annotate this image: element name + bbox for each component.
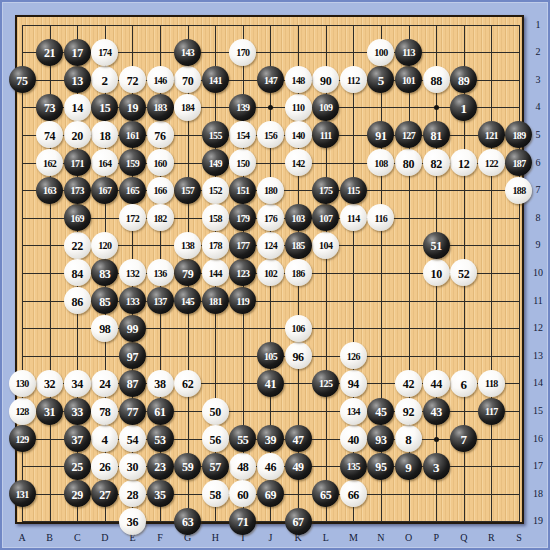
stone-black-171[interactable]: 171: [64, 149, 91, 176]
stone-black-101[interactable]: 101: [395, 66, 422, 93]
stone-white-142[interactable]: 142: [285, 149, 312, 176]
stone-white-154[interactable]: 154: [229, 121, 256, 148]
stone-white-40[interactable]: 40: [340, 425, 367, 452]
stone-white-50[interactable]: 50: [202, 398, 229, 425]
stone-white-46[interactable]: 46: [257, 453, 284, 480]
stone-black-181[interactable]: 181: [202, 287, 229, 314]
stone-black-115[interactable]: 115: [340, 177, 367, 204]
stone-black-17[interactable]: 17: [64, 39, 91, 66]
stone-number: 150: [236, 158, 249, 168]
stone-black-111[interactable]: 111: [312, 121, 339, 148]
stone-number: 24: [99, 378, 110, 390]
stone-black-69[interactable]: 69: [257, 480, 284, 507]
stone-white-148[interactable]: 148: [285, 66, 312, 93]
stone-number: 129: [15, 434, 28, 444]
stone-black-95[interactable]: 95: [367, 453, 394, 480]
stone-white-106[interactable]: 106: [285, 315, 312, 342]
stone-number: 94: [348, 378, 359, 390]
stone-number: 75: [16, 74, 27, 86]
stone-black-49[interactable]: 49: [285, 453, 312, 480]
stone-black-183[interactable]: 183: [147, 94, 174, 121]
stone-number: 38: [154, 378, 165, 390]
stone-black-61[interactable]: 61: [147, 398, 174, 425]
stone-number: 174: [98, 48, 111, 58]
row-label-15: 15: [525, 404, 550, 418]
stone-white-86[interactable]: 86: [64, 287, 91, 314]
stone-white-132[interactable]: 132: [119, 259, 146, 286]
go-board[interactable]: 1234567891012131415171819202122232425262…: [15, 15, 524, 524]
stone-black-3[interactable]: 3: [423, 453, 450, 480]
stone-black-185[interactable]: 185: [285, 232, 312, 259]
stone-white-14[interactable]: 14: [64, 94, 91, 121]
stone-white-96[interactable]: 96: [285, 342, 312, 369]
stone-number: 69: [265, 488, 276, 500]
stone-number: 122: [485, 158, 498, 168]
stone-white-110[interactable]: 110: [285, 94, 312, 121]
stone-number: 62: [182, 378, 193, 390]
stone-number: 170: [236, 48, 249, 58]
stone-number: 1: [461, 101, 468, 114]
stone-white-22[interactable]: 22: [64, 232, 91, 259]
stone-white-32[interactable]: 32: [36, 370, 63, 397]
stone-white-60[interactable]: 60: [229, 480, 256, 507]
stone-number: 4: [102, 433, 109, 446]
stone-number: 136: [153, 268, 166, 278]
stone-number: 126: [347, 351, 360, 361]
stone-white-150[interactable]: 150: [229, 149, 256, 176]
stone-number: 133: [126, 296, 139, 306]
stone-number: 104: [319, 241, 332, 251]
stone-white-28[interactable]: 28: [119, 480, 146, 507]
stone-black-157[interactable]: 157: [174, 177, 201, 204]
stone-black-47[interactable]: 47: [285, 425, 312, 452]
stone-number: 179: [236, 213, 249, 223]
stone-black-175[interactable]: 175: [312, 177, 339, 204]
stone-white-20[interactable]: 20: [64, 121, 91, 148]
stone-white-48[interactable]: 48: [229, 453, 256, 480]
stone-white-42[interactable]: 42: [395, 370, 422, 397]
stone-black-29[interactable]: 29: [64, 480, 91, 507]
row-label-3: 3: [525, 73, 550, 87]
stone-white-80[interactable]: 80: [395, 149, 422, 176]
stone-white-180[interactable]: 180: [257, 177, 284, 204]
stone-black-83[interactable]: 83: [91, 259, 118, 286]
stone-white-182[interactable]: 182: [147, 204, 174, 231]
stone-number: 137: [153, 296, 166, 306]
stone-black-151[interactable]: 151: [229, 177, 256, 204]
column-label-Q: Q: [454, 531, 474, 545]
stone-black-109[interactable]: 109: [312, 94, 339, 121]
stone-black-65[interactable]: 65: [312, 480, 339, 507]
stone-white-74[interactable]: 74: [36, 121, 63, 148]
stone-number: 128: [15, 407, 28, 417]
stone-white-130[interactable]: 130: [9, 370, 36, 397]
stone-number: 138: [181, 241, 194, 251]
stone-white-76[interactable]: 76: [147, 121, 174, 148]
stone-black-125[interactable]: 125: [312, 370, 339, 397]
stone-black-135[interactable]: 135: [340, 453, 367, 480]
stone-white-92[interactable]: 92: [395, 398, 422, 425]
stone-white-12[interactable]: 12: [450, 149, 477, 176]
stone-white-104[interactable]: 104: [312, 232, 339, 259]
stone-number: 115: [347, 186, 360, 196]
stone-white-120[interactable]: 120: [91, 232, 118, 259]
stone-number: 120: [98, 241, 111, 251]
stone-number: 31: [44, 406, 55, 418]
stone-number: 182: [153, 213, 166, 223]
stone-number: 55: [237, 433, 248, 445]
stone-black-31[interactable]: 31: [36, 398, 63, 425]
stone-number: 139: [236, 103, 249, 113]
stone-white-164[interactable]: 164: [91, 149, 118, 176]
stone-white-188[interactable]: 188: [505, 177, 532, 204]
stone-black-123[interactable]: 123: [229, 259, 256, 286]
stone-number: 98: [99, 323, 110, 335]
stone-number: 2: [102, 74, 109, 87]
stone-number: 118: [485, 379, 498, 389]
stone-black-127[interactable]: 127: [395, 121, 422, 148]
stone-black-13[interactable]: 13: [64, 66, 91, 93]
stone-white-114[interactable]: 114: [340, 204, 367, 231]
stone-number: 29: [72, 488, 83, 500]
stone-number: 18: [99, 129, 110, 141]
stone-number: 125: [319, 379, 332, 389]
stone-white-162[interactable]: 162: [36, 149, 63, 176]
stone-number: 162: [43, 158, 56, 168]
stone-black-73[interactable]: 73: [36, 94, 63, 121]
stone-black-89[interactable]: 89: [450, 66, 477, 93]
stone-white-56[interactable]: 56: [202, 425, 229, 452]
stone-black-121[interactable]: 121: [478, 121, 505, 148]
stone-white-116[interactable]: 116: [367, 204, 394, 231]
row-label-14: 14: [525, 376, 550, 390]
stone-white-98[interactable]: 98: [91, 315, 118, 342]
stone-white-82[interactable]: 82: [423, 149, 450, 176]
stone-number: 78: [99, 406, 110, 418]
star-point: [268, 105, 273, 110]
stone-white-160[interactable]: 160: [147, 149, 174, 176]
stone-black-139[interactable]: 139: [229, 94, 256, 121]
stone-white-70[interactable]: 70: [174, 66, 201, 93]
stone-number: 86: [72, 295, 83, 307]
stone-number: 14: [72, 102, 83, 114]
row-label-9: 9: [525, 238, 550, 252]
stone-black-35[interactable]: 35: [147, 480, 174, 507]
stone-number: 112: [347, 75, 360, 85]
stone-white-166[interactable]: 166: [147, 177, 174, 204]
stone-white-66[interactable]: 66: [340, 480, 367, 507]
stone-black-67[interactable]: 67: [285, 508, 312, 535]
star-point: [434, 105, 439, 110]
stone-number: 188: [512, 186, 525, 196]
stone-white-144[interactable]: 144: [202, 259, 229, 286]
stone-number: 175: [319, 186, 332, 196]
row-label-17: 17: [525, 459, 550, 473]
stone-black-41[interactable]: 41: [257, 370, 284, 397]
stone-number: 91: [375, 129, 386, 141]
stone-white-54[interactable]: 54: [119, 425, 146, 452]
stone-black-91[interactable]: 91: [367, 121, 394, 148]
stone-black-167[interactable]: 167: [91, 177, 118, 204]
stone-black-163[interactable]: 163: [36, 177, 63, 204]
stone-black-51[interactable]: 51: [423, 232, 450, 259]
stone-number: 80: [403, 157, 414, 169]
stone-white-44[interactable]: 44: [423, 370, 450, 397]
stone-black-59[interactable]: 59: [174, 453, 201, 480]
stone-number: 167: [98, 186, 111, 196]
stone-number: 51: [430, 240, 441, 252]
stone-number: 46: [265, 461, 276, 473]
stone-black-119[interactable]: 119: [229, 287, 256, 314]
stone-number: 26: [99, 461, 110, 473]
stone-number: 103: [292, 213, 305, 223]
stone-number: 145: [181, 296, 194, 306]
stone-white-122[interactable]: 122: [478, 149, 505, 176]
stone-black-159[interactable]: 159: [119, 149, 146, 176]
stone-black-155[interactable]: 155: [202, 121, 229, 148]
stone-number: 21: [44, 47, 55, 59]
stone-white-34[interactable]: 34: [64, 370, 91, 397]
stone-black-77[interactable]: 77: [119, 398, 146, 425]
stone-white-4[interactable]: 4: [91, 425, 118, 452]
stone-number: 154: [236, 130, 249, 140]
stone-white-184[interactable]: 184: [174, 94, 201, 121]
row-label-8: 8: [525, 211, 550, 225]
stone-white-134[interactable]: 134: [340, 398, 367, 425]
row-label-1: 1: [525, 18, 550, 32]
stone-black-79[interactable]: 79: [174, 259, 201, 286]
stone-white-158[interactable]: 158: [202, 204, 229, 231]
stone-black-105[interactable]: 105: [257, 342, 284, 369]
stone-black-173[interactable]: 173: [64, 177, 91, 204]
stone-black-169[interactable]: 169: [64, 204, 91, 231]
stone-black-137[interactable]: 137: [147, 287, 174, 314]
stone-black-39[interactable]: 39: [257, 425, 284, 452]
stone-black-113[interactable]: 113: [395, 39, 422, 66]
stone-black-103[interactable]: 103: [285, 204, 312, 231]
stone-white-140[interactable]: 140: [285, 121, 312, 148]
row-label-12: 12: [525, 321, 550, 335]
stone-black-161[interactable]: 161: [119, 121, 146, 148]
stone-black-187[interactable]: 187: [505, 149, 532, 176]
stone-black-23[interactable]: 23: [147, 453, 174, 480]
stone-number: 71: [237, 516, 248, 528]
stone-black-55[interactable]: 55: [229, 425, 256, 452]
stone-black-129[interactable]: 129: [9, 425, 36, 452]
stone-black-63[interactable]: 63: [174, 508, 201, 535]
stone-number: 25: [72, 461, 83, 473]
stone-white-38[interactable]: 38: [147, 370, 174, 397]
stone-number: 17: [72, 47, 83, 59]
stone-black-93[interactable]: 93: [367, 425, 394, 452]
stone-number: 177: [236, 241, 249, 251]
stone-black-141[interactable]: 141: [202, 66, 229, 93]
stone-black-45[interactable]: 45: [367, 398, 394, 425]
stone-white-174[interactable]: 174: [91, 39, 118, 66]
column-label-J: J: [260, 531, 280, 545]
stone-number: 96: [292, 350, 303, 362]
stone-black-133[interactable]: 133: [119, 287, 146, 314]
stone-white-6[interactable]: 6: [450, 370, 477, 397]
stone-number: 134: [347, 407, 360, 417]
stone-number: 39: [265, 433, 276, 445]
stone-white-178[interactable]: 178: [202, 232, 229, 259]
stone-number: 106: [292, 324, 305, 334]
stone-white-26[interactable]: 26: [91, 453, 118, 480]
stone-black-97[interactable]: 97: [119, 342, 146, 369]
stone-number: 22: [72, 240, 83, 252]
stone-number: 40: [348, 433, 359, 445]
stone-number: 79: [182, 267, 193, 279]
stone-white-152[interactable]: 152: [202, 177, 229, 204]
stone-black-147[interactable]: 147: [257, 66, 284, 93]
stone-black-107[interactable]: 107: [312, 204, 339, 231]
stone-black-145[interactable]: 145: [174, 287, 201, 314]
stone-white-138[interactable]: 138: [174, 232, 201, 259]
stone-black-5[interactable]: 5: [367, 66, 394, 93]
stone-black-165[interactable]: 165: [119, 177, 146, 204]
stone-black-117[interactable]: 117: [478, 398, 505, 425]
stone-white-36[interactable]: 36: [119, 508, 146, 535]
stone-number: 45: [375, 406, 386, 418]
stone-number: 61: [154, 406, 165, 418]
stone-number: 76: [154, 129, 165, 141]
stone-number: 181: [209, 296, 222, 306]
stone-black-7[interactable]: 7: [450, 425, 477, 452]
stone-number: 123: [236, 268, 249, 278]
stone-number: 113: [402, 48, 415, 58]
stone-number: 13: [72, 74, 83, 86]
stone-white-78[interactable]: 78: [91, 398, 118, 425]
stone-number: 189: [512, 130, 525, 140]
stone-black-85[interactable]: 85: [91, 287, 118, 314]
stone-black-33[interactable]: 33: [64, 398, 91, 425]
stone-number: 6: [461, 377, 468, 390]
stone-number: 135: [347, 462, 360, 472]
stone-white-176[interactable]: 176: [257, 204, 284, 231]
stone-white-18[interactable]: 18: [91, 121, 118, 148]
stone-black-37[interactable]: 37: [64, 425, 91, 452]
stone-white-62[interactable]: 62: [174, 370, 201, 397]
stone-black-21[interactable]: 21: [36, 39, 63, 66]
stone-black-87[interactable]: 87: [119, 370, 146, 397]
stone-white-90[interactable]: 90: [312, 66, 339, 93]
stone-white-128[interactable]: 128: [9, 398, 36, 425]
stone-number: 158: [209, 213, 222, 223]
stone-white-94[interactable]: 94: [340, 370, 367, 397]
stone-number: 107: [319, 213, 332, 223]
stone-number: 178: [209, 241, 222, 251]
stone-black-1[interactable]: 1: [450, 94, 477, 121]
stone-white-170[interactable]: 170: [229, 39, 256, 66]
stone-white-172[interactable]: 172: [119, 204, 146, 231]
stone-number: 127: [402, 130, 415, 140]
stone-number: 5: [378, 74, 385, 87]
stone-white-108[interactable]: 108: [367, 149, 394, 176]
stone-number: 102: [264, 268, 277, 278]
stone-number: 89: [458, 74, 469, 86]
stone-number: 56: [210, 433, 221, 445]
column-label-M: M: [343, 531, 363, 545]
stone-number: 47: [292, 433, 303, 445]
stone-black-25[interactable]: 25: [64, 453, 91, 480]
stone-number: 169: [71, 213, 84, 223]
stone-black-143[interactable]: 143: [174, 39, 201, 66]
stone-black-149[interactable]: 149: [202, 149, 229, 176]
stone-black-99[interactable]: 99: [119, 315, 146, 342]
stone-number: 124: [264, 241, 277, 251]
stone-number: 149: [209, 158, 222, 168]
stone-white-146[interactable]: 146: [147, 66, 174, 93]
stone-number: 171: [71, 158, 84, 168]
stone-black-179[interactable]: 179: [229, 204, 256, 231]
stone-number: 15: [99, 102, 110, 114]
stone-number: 72: [127, 74, 138, 86]
stone-black-19[interactable]: 19: [119, 94, 146, 121]
stone-number: 144: [209, 268, 222, 278]
stone-black-131[interactable]: 131: [9, 480, 36, 507]
stone-white-136[interactable]: 136: [147, 259, 174, 286]
stone-white-30[interactable]: 30: [119, 453, 146, 480]
stone-number: 65: [320, 488, 331, 500]
stone-white-72[interactable]: 72: [119, 66, 146, 93]
stone-white-126[interactable]: 126: [340, 342, 367, 369]
stone-number: 186: [292, 268, 305, 278]
stone-black-53[interactable]: 53: [147, 425, 174, 452]
stone-white-118[interactable]: 118: [478, 370, 505, 397]
stone-number: 164: [98, 158, 111, 168]
stone-black-177[interactable]: 177: [229, 232, 256, 259]
stone-white-52[interactable]: 52: [450, 259, 477, 286]
stone-black-81[interactable]: 81: [423, 121, 450, 148]
stone-white-124[interactable]: 124: [257, 232, 284, 259]
stone-number: 50: [210, 406, 221, 418]
column-label-R: R: [481, 531, 501, 545]
stone-black-43[interactable]: 43: [423, 398, 450, 425]
stone-white-186[interactable]: 186: [285, 259, 312, 286]
stone-black-75[interactable]: 75: [9, 66, 36, 93]
column-label-C: C: [67, 531, 87, 545]
stone-number: 180: [264, 186, 277, 196]
stone-white-88[interactable]: 88: [423, 66, 450, 93]
stone-white-102[interactable]: 102: [257, 259, 284, 286]
stone-white-8[interactable]: 8: [395, 425, 422, 452]
stone-white-24[interactable]: 24: [91, 370, 118, 397]
stone-black-9[interactable]: 9: [395, 453, 422, 480]
stone-black-15[interactable]: 15: [91, 94, 118, 121]
stone-number: 20: [72, 129, 83, 141]
stone-white-58[interactable]: 58: [202, 480, 229, 507]
stone-black-57[interactable]: 57: [202, 453, 229, 480]
stone-number: 83: [99, 267, 110, 279]
stone-white-156[interactable]: 156: [257, 121, 284, 148]
stone-number: 52: [458, 267, 469, 279]
stone-number: 36: [127, 516, 138, 528]
stone-white-2[interactable]: 2: [91, 66, 118, 93]
stone-number: 37: [72, 433, 83, 445]
stone-number: 146: [153, 75, 166, 85]
stone-white-100[interactable]: 100: [367, 39, 394, 66]
stone-number: 95: [375, 461, 386, 473]
stone-number: 84: [72, 267, 83, 279]
stone-white-10[interactable]: 10: [423, 259, 450, 286]
row-label-11: 11: [525, 294, 550, 308]
stone-white-112[interactable]: 112: [340, 66, 367, 93]
stone-black-27[interactable]: 27: [91, 480, 118, 507]
stone-number: 42: [403, 378, 414, 390]
stone-white-84[interactable]: 84: [64, 259, 91, 286]
stone-black-189[interactable]: 189: [505, 121, 532, 148]
